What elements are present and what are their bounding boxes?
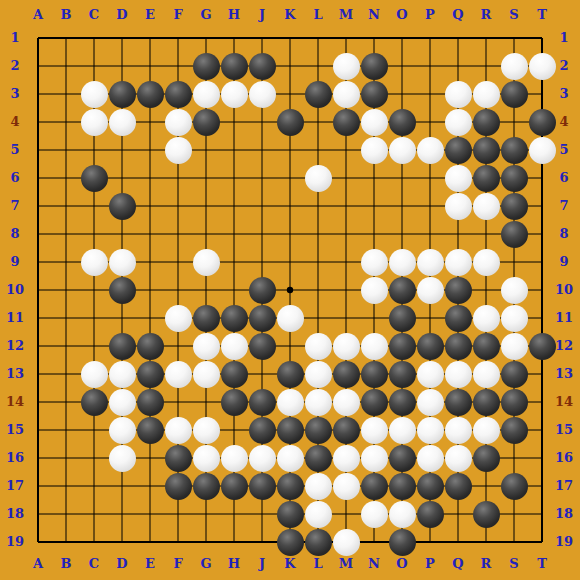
- stone-black: [389, 445, 416, 472]
- stone-black: [473, 333, 500, 360]
- stone-black: [445, 305, 472, 332]
- col-label-bottom: C: [83, 557, 105, 571]
- stone-white: [165, 361, 192, 388]
- stone-black: [305, 81, 332, 108]
- stone-black: [109, 277, 136, 304]
- stone-white: [501, 305, 528, 332]
- stone-black: [361, 473, 388, 500]
- col-label-bottom: M: [335, 557, 357, 571]
- stone-black: [361, 81, 388, 108]
- stone-black: [473, 389, 500, 416]
- stone-black: [417, 473, 444, 500]
- stone-white: [417, 137, 444, 164]
- col-label-top: H: [223, 8, 245, 22]
- stone-white: [361, 137, 388, 164]
- stone-black: [389, 529, 416, 556]
- stone-black: [389, 277, 416, 304]
- row-label-left: 8: [4, 227, 26, 241]
- col-label-bottom: T: [531, 557, 553, 571]
- stone-black: [501, 137, 528, 164]
- stone-black: [109, 81, 136, 108]
- stone-white: [473, 81, 500, 108]
- col-label-top: D: [111, 8, 133, 22]
- stone-white: [417, 389, 444, 416]
- row-label-right: 18: [553, 507, 575, 521]
- stone-black: [389, 473, 416, 500]
- stone-white: [165, 417, 192, 444]
- row-label-left: 12: [4, 339, 26, 353]
- stone-white: [529, 137, 556, 164]
- stone-black: [501, 417, 528, 444]
- stone-white: [501, 277, 528, 304]
- stone-black: [445, 137, 472, 164]
- stone-white: [305, 361, 332, 388]
- stone-black: [305, 445, 332, 472]
- row-label-left: 19: [4, 535, 26, 549]
- stone-black: [81, 165, 108, 192]
- stone-white: [109, 445, 136, 472]
- stone-black: [389, 389, 416, 416]
- stone-black: [389, 305, 416, 332]
- stone-white: [333, 53, 360, 80]
- stone-white: [305, 501, 332, 528]
- stone-white: [109, 109, 136, 136]
- stone-black: [501, 221, 528, 248]
- stone-white: [165, 137, 192, 164]
- stone-black: [361, 361, 388, 388]
- stone-white: [473, 305, 500, 332]
- col-label-top: R: [475, 8, 497, 22]
- stone-black: [109, 333, 136, 360]
- row-label-left: 11: [4, 311, 26, 325]
- col-label-top: K: [279, 8, 301, 22]
- col-label-bottom: H: [223, 557, 245, 571]
- stone-black: [333, 417, 360, 444]
- row-label-right: 3: [553, 87, 575, 101]
- stone-black: [221, 389, 248, 416]
- stone-white: [361, 249, 388, 276]
- stone-black: [249, 417, 276, 444]
- stone-black: [165, 473, 192, 500]
- row-label-left: 15: [4, 423, 26, 437]
- col-label-top: G: [195, 8, 217, 22]
- stone-black: [473, 109, 500, 136]
- row-label-right: 12: [553, 339, 575, 353]
- stone-black: [389, 109, 416, 136]
- row-label-left: 1: [4, 31, 26, 45]
- stone-white: [473, 193, 500, 220]
- stone-black: [529, 333, 556, 360]
- stone-white: [445, 417, 472, 444]
- stone-white: [81, 249, 108, 276]
- col-label-top: C: [83, 8, 105, 22]
- stone-white: [389, 501, 416, 528]
- row-label-left: 9: [4, 255, 26, 269]
- stone-white: [333, 529, 360, 556]
- stone-white: [249, 445, 276, 472]
- stone-white: [81, 109, 108, 136]
- col-label-top: F: [167, 8, 189, 22]
- col-label-top: M: [335, 8, 357, 22]
- row-label-left: 10: [4, 283, 26, 297]
- stone-white: [417, 361, 444, 388]
- stone-black: [445, 277, 472, 304]
- row-label-right: 6: [553, 171, 575, 185]
- row-label-left: 3: [4, 87, 26, 101]
- stone-white: [529, 53, 556, 80]
- row-label-right: 4: [553, 115, 575, 129]
- col-label-top: J: [251, 8, 273, 22]
- row-label-left: 7: [4, 199, 26, 213]
- stone-white: [109, 249, 136, 276]
- stone-black: [193, 109, 220, 136]
- col-label-top: N: [363, 8, 385, 22]
- stone-white: [305, 333, 332, 360]
- stone-white: [221, 445, 248, 472]
- row-label-right: 15: [553, 423, 575, 437]
- stone-white: [109, 417, 136, 444]
- stone-black: [473, 445, 500, 472]
- stone-white: [333, 389, 360, 416]
- col-label-top: P: [419, 8, 441, 22]
- stone-black: [305, 417, 332, 444]
- stone-white: [333, 81, 360, 108]
- stone-white: [81, 361, 108, 388]
- stone-white: [361, 109, 388, 136]
- row-label-right: 17: [553, 479, 575, 493]
- stone-black: [361, 389, 388, 416]
- stone-black: [221, 53, 248, 80]
- stone-white: [193, 361, 220, 388]
- stone-black: [109, 193, 136, 220]
- stone-white: [81, 81, 108, 108]
- row-label-right: 10: [553, 283, 575, 297]
- col-label-top: E: [139, 8, 161, 22]
- stone-black: [193, 53, 220, 80]
- row-label-right: 1: [553, 31, 575, 45]
- stone-black: [137, 417, 164, 444]
- stone-white: [193, 249, 220, 276]
- stone-black: [221, 473, 248, 500]
- stone-white: [361, 277, 388, 304]
- stone-black: [473, 137, 500, 164]
- stone-black: [249, 389, 276, 416]
- stone-white: [305, 473, 332, 500]
- col-label-bottom: K: [279, 557, 301, 571]
- stone-white: [389, 417, 416, 444]
- col-label-top: S: [503, 8, 525, 22]
- row-label-right: 14: [553, 395, 575, 409]
- stone-black: [445, 333, 472, 360]
- row-label-right: 8: [553, 227, 575, 241]
- stone-white: [109, 361, 136, 388]
- stone-white: [193, 333, 220, 360]
- stone-white: [445, 81, 472, 108]
- stone-black: [137, 81, 164, 108]
- stones-layer[interactable]: [24, 24, 556, 556]
- stone-black: [417, 333, 444, 360]
- stone-black: [193, 305, 220, 332]
- col-label-top: T: [531, 8, 553, 22]
- col-label-top: L: [307, 8, 329, 22]
- stone-white: [249, 81, 276, 108]
- col-label-bottom: S: [503, 557, 525, 571]
- col-label-bottom: A: [27, 557, 49, 571]
- stone-white: [221, 81, 248, 108]
- stone-white: [305, 165, 332, 192]
- stone-black: [137, 333, 164, 360]
- stone-black: [249, 473, 276, 500]
- stone-black: [277, 361, 304, 388]
- stone-black: [249, 305, 276, 332]
- stone-black: [501, 81, 528, 108]
- col-label-top: B: [55, 8, 77, 22]
- stone-black: [473, 165, 500, 192]
- stone-white: [333, 473, 360, 500]
- stone-white: [389, 249, 416, 276]
- stone-white: [445, 165, 472, 192]
- stone-white: [501, 53, 528, 80]
- stone-black: [277, 501, 304, 528]
- stone-black: [501, 165, 528, 192]
- col-label-top: O: [391, 8, 413, 22]
- stone-white: [165, 305, 192, 332]
- stone-black: [165, 81, 192, 108]
- row-label-right: 19: [553, 535, 575, 549]
- stone-white: [417, 249, 444, 276]
- col-label-bottom: Q: [447, 557, 469, 571]
- stone-black: [277, 417, 304, 444]
- row-label-right: 5: [553, 143, 575, 157]
- stone-white: [417, 445, 444, 472]
- col-label-bottom: O: [391, 557, 413, 571]
- row-label-left: 13: [4, 367, 26, 381]
- stone-white: [193, 81, 220, 108]
- row-label-left: 14: [4, 395, 26, 409]
- stone-black: [137, 389, 164, 416]
- stone-white: [445, 249, 472, 276]
- col-label-bottom: J: [251, 557, 273, 571]
- col-label-bottom: D: [111, 557, 133, 571]
- stone-black: [249, 53, 276, 80]
- stone-white: [333, 333, 360, 360]
- stone-white: [361, 445, 388, 472]
- stone-white: [501, 333, 528, 360]
- col-label-bottom: R: [475, 557, 497, 571]
- stone-black: [389, 333, 416, 360]
- row-label-left: 16: [4, 451, 26, 465]
- stone-white: [277, 305, 304, 332]
- stone-white: [165, 109, 192, 136]
- stone-black: [417, 501, 444, 528]
- row-label-left: 17: [4, 479, 26, 493]
- stone-white: [445, 445, 472, 472]
- col-label-bottom: N: [363, 557, 385, 571]
- stone-black: [165, 445, 192, 472]
- stone-black: [333, 109, 360, 136]
- col-label-top: Q: [447, 8, 469, 22]
- col-label-bottom: B: [55, 557, 77, 571]
- stone-black: [81, 389, 108, 416]
- stone-white: [445, 193, 472, 220]
- stone-white: [389, 137, 416, 164]
- stone-black: [221, 361, 248, 388]
- stone-black: [249, 333, 276, 360]
- stone-black: [473, 501, 500, 528]
- stone-white: [361, 501, 388, 528]
- stone-white: [417, 277, 444, 304]
- row-label-right: 11: [553, 311, 575, 325]
- stone-white: [417, 417, 444, 444]
- col-label-bottom: L: [307, 557, 329, 571]
- stone-black: [389, 361, 416, 388]
- row-label-left: 18: [4, 507, 26, 521]
- col-label-top: A: [27, 8, 49, 22]
- stone-white: [109, 389, 136, 416]
- stone-white: [221, 333, 248, 360]
- stone-white: [277, 389, 304, 416]
- stone-white: [193, 445, 220, 472]
- stone-white: [305, 389, 332, 416]
- stone-black: [529, 109, 556, 136]
- go-board[interactable]: AABBCCDDEEFFGGHHJJKKLLMMNNOOPPQQRRSSTT11…: [0, 0, 580, 580]
- col-label-bottom: P: [419, 557, 441, 571]
- stone-white: [361, 417, 388, 444]
- row-label-right: 2: [553, 59, 575, 73]
- stone-black: [305, 529, 332, 556]
- stone-black: [277, 473, 304, 500]
- stone-black: [501, 389, 528, 416]
- row-label-left: 6: [4, 171, 26, 185]
- row-label-right: 9: [553, 255, 575, 269]
- stone-white: [333, 445, 360, 472]
- stone-black: [277, 529, 304, 556]
- stone-white: [361, 333, 388, 360]
- row-label-left: 4: [4, 115, 26, 129]
- stone-white: [193, 417, 220, 444]
- stone-black: [277, 109, 304, 136]
- stone-black: [501, 193, 528, 220]
- row-label-left: 2: [4, 59, 26, 73]
- col-label-bottom: F: [167, 557, 189, 571]
- row-label-right: 16: [553, 451, 575, 465]
- stone-black: [193, 473, 220, 500]
- col-label-bottom: E: [139, 557, 161, 571]
- stone-black: [249, 277, 276, 304]
- stone-black: [333, 361, 360, 388]
- stone-black: [501, 361, 528, 388]
- stone-black: [361, 53, 388, 80]
- stone-black: [221, 305, 248, 332]
- stone-black: [501, 473, 528, 500]
- row-label-left: 5: [4, 143, 26, 157]
- stone-white: [445, 109, 472, 136]
- col-label-bottom: G: [195, 557, 217, 571]
- stone-white: [277, 445, 304, 472]
- stone-white: [473, 361, 500, 388]
- row-label-right: 13: [553, 367, 575, 381]
- stone-white: [445, 361, 472, 388]
- stone-black: [137, 361, 164, 388]
- row-label-right: 7: [553, 199, 575, 213]
- stone-black: [445, 389, 472, 416]
- stone-white: [473, 417, 500, 444]
- stone-black: [445, 473, 472, 500]
- stone-white: [473, 249, 500, 276]
